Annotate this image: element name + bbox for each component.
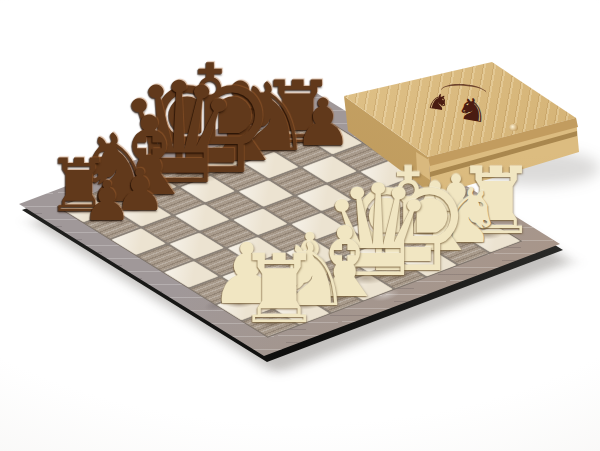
- chess-set-photo: ♞ ♞ ♜♟♞♝♚♛♝♞♟♜♟♟♟♜♞♝♟♚♛♝♟♞♜: [0, 0, 600, 451]
- piece-dark-p-a7: ♟: [82, 174, 131, 229]
- piece-layer: ♜♟♞♝♚♛♝♞♟♜♟♟♟♜♞♝♟♚♛♝♟♞♜: [0, 0, 600, 451]
- piece-light-r-a1: ♜: [236, 242, 321, 337]
